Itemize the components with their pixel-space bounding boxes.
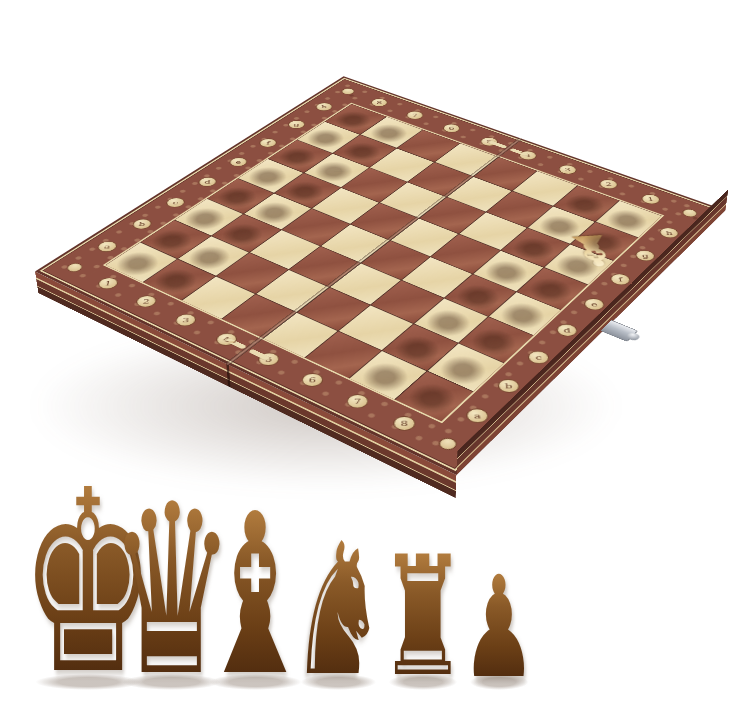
piece-glyph: ♜ bbox=[409, 334, 454, 398]
piece-glyph: ♟ bbox=[259, 168, 290, 213]
piece-glyph: ♟ bbox=[160, 233, 193, 281]
piece-glyph: ♟ bbox=[367, 325, 403, 377]
coordinate-medallion-right-b: b bbox=[498, 379, 521, 393]
box-side-seam-gap bbox=[226, 364, 230, 388]
piece-glyph: ♜ bbox=[119, 207, 159, 264]
coordinate-medallion-right-a: a bbox=[466, 408, 489, 422]
coordinate-medallion-right-c: c bbox=[527, 351, 550, 364]
display-piece-pawn: ♟ bbox=[436, 573, 562, 682]
piece-glyph: ♟ bbox=[194, 210, 227, 257]
piece-glyph: ♟ bbox=[461, 573, 536, 682]
piece-glyph: ♞ bbox=[582, 182, 624, 243]
display-pieces-row: ♚♛♝♞♜♟ bbox=[0, 460, 729, 720]
piece-glyph: ♟ bbox=[228, 188, 260, 234]
piece-glyph: ♟ bbox=[348, 110, 378, 153]
piece-glyph: ♟ bbox=[319, 128, 349, 171]
product-photo: ♜♟♟♜♞♟♟♞♝♟♟♝♚♟♟♚♛♟♟♛♝♟♟♝♞♟♟♞♜♟♟♜ 81hh72g… bbox=[0, 0, 729, 720]
coordinate-medallion-bottom-8: 8 bbox=[393, 416, 415, 431]
coordinate-medallion-bottom-7: 7 bbox=[346, 394, 368, 408]
piece-glyph: ♟ bbox=[290, 147, 321, 191]
piece-glyph: ♟ bbox=[375, 92, 404, 134]
